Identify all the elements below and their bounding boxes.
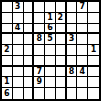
cell-r1c1[interactable] <box>2 2 13 13</box>
given-digit-r2c5[interactable]: 1 <box>45 13 56 24</box>
cell-r2c7[interactable] <box>67 13 78 24</box>
cell-r1c6[interactable] <box>56 2 67 13</box>
given-digit-r2c6[interactable]: 2 <box>56 13 67 24</box>
given-digit-r7c8[interactable]: 4 <box>77 67 88 78</box>
cell-r3c4[interactable] <box>34 24 45 35</box>
cell-r7c3[interactable] <box>24 67 35 78</box>
cell-r6c2[interactable] <box>13 56 24 67</box>
cell-r2c8[interactable] <box>77 13 88 24</box>
cell-r6c4[interactable] <box>34 56 45 67</box>
cell-r5c3[interactable] <box>24 45 35 56</box>
cell-r9c9[interactable] <box>88 88 99 99</box>
cell-r3c7[interactable] <box>67 24 78 35</box>
cell-r1c9[interactable] <box>88 2 99 13</box>
cell-r3c9[interactable] <box>88 24 99 35</box>
cell-r6c7[interactable] <box>67 56 78 67</box>
cell-r5c6[interactable] <box>56 45 67 56</box>
cell-r9c5[interactable] <box>45 88 56 99</box>
cell-r2c4[interactable] <box>34 13 45 24</box>
cell-r7c1[interactable] <box>2 67 13 78</box>
cell-r8c5[interactable] <box>45 77 56 88</box>
cell-r7c6[interactable] <box>56 67 67 78</box>
cell-r3c3[interactable] <box>24 24 35 35</box>
cell-r4c1[interactable] <box>2 34 13 45</box>
cell-r6c3[interactable] <box>24 56 35 67</box>
cell-r3c8[interactable] <box>77 24 88 35</box>
cell-r5c8[interactable] <box>77 45 88 56</box>
given-digit-r8c1[interactable]: 1 <box>2 77 13 88</box>
cell-r3c6[interactable] <box>56 24 67 35</box>
given-digit-r4c4[interactable]: 8 <box>34 34 45 45</box>
cell-r9c8[interactable] <box>77 88 88 99</box>
given-digit-r4c7[interactable]: 3 <box>67 34 78 45</box>
cell-r8c6[interactable] <box>56 77 67 88</box>
cell-r2c2[interactable] <box>13 13 24 24</box>
cell-r2c3[interactable] <box>24 13 35 24</box>
cell-r5c5[interactable] <box>45 45 56 56</box>
cell-r7c9[interactable] <box>88 67 99 78</box>
cell-r6c6[interactable] <box>56 56 67 67</box>
cell-r8c8[interactable] <box>77 77 88 88</box>
cell-r7c5[interactable] <box>45 67 56 78</box>
given-digit-r5c9[interactable]: 1 <box>88 45 99 56</box>
sudoku-board: 37124685321784196 <box>0 0 101 101</box>
cell-r2c9[interactable] <box>88 13 99 24</box>
cell-r5c4[interactable] <box>34 45 45 56</box>
cell-r6c5[interactable] <box>45 56 56 67</box>
cell-r3c1[interactable] <box>2 24 13 35</box>
cell-r1c4[interactable] <box>34 2 45 13</box>
cell-r8c9[interactable] <box>88 77 99 88</box>
cell-r5c7[interactable] <box>67 45 78 56</box>
cell-r1c7[interactable] <box>67 2 78 13</box>
cell-r4c9[interactable] <box>88 34 99 45</box>
cell-r9c3[interactable] <box>24 88 35 99</box>
cell-r8c3[interactable] <box>24 77 35 88</box>
cell-r1c3[interactable] <box>24 2 35 13</box>
cell-r2c1[interactable] <box>2 13 13 24</box>
given-digit-r7c4[interactable]: 7 <box>34 67 45 78</box>
cell-r4c3[interactable] <box>24 34 35 45</box>
given-digit-r1c2[interactable]: 3 <box>13 2 24 13</box>
given-digit-r1c8[interactable]: 7 <box>77 2 88 13</box>
cell-r5c2[interactable] <box>13 45 24 56</box>
given-digit-r8c4[interactable]: 9 <box>34 77 45 88</box>
cell-r6c1[interactable] <box>2 56 13 67</box>
given-digit-r9c1[interactable]: 6 <box>2 88 13 99</box>
cell-r6c8[interactable] <box>77 56 88 67</box>
cell-r8c2[interactable] <box>13 77 24 88</box>
cell-r1c5[interactable] <box>45 2 56 13</box>
cell-r9c2[interactable] <box>13 88 24 99</box>
given-digit-r7c7[interactable]: 8 <box>67 67 78 78</box>
cell-r9c6[interactable] <box>56 88 67 99</box>
cell-r4c6[interactable] <box>56 34 67 45</box>
cell-r7c2[interactable] <box>13 67 24 78</box>
given-digit-r5c1[interactable]: 2 <box>2 45 13 56</box>
cell-r9c7[interactable] <box>67 88 78 99</box>
given-digit-r3c2[interactable]: 4 <box>13 24 24 35</box>
cell-r8c7[interactable] <box>67 77 78 88</box>
given-digit-r3c5[interactable]: 6 <box>45 24 56 35</box>
cell-r9c4[interactable] <box>34 88 45 99</box>
cell-r6c9[interactable] <box>88 56 99 67</box>
cell-r4c8[interactable] <box>77 34 88 45</box>
given-digit-r4c5[interactable]: 5 <box>45 34 56 45</box>
cell-r4c2[interactable] <box>13 34 24 45</box>
